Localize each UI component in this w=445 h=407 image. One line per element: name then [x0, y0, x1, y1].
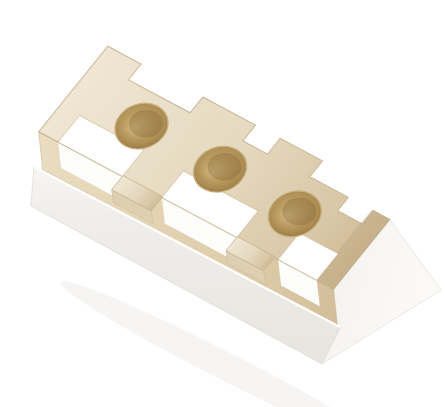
terminal-block-image — [0, 0, 445, 407]
product-photo — [0, 0, 445, 407]
